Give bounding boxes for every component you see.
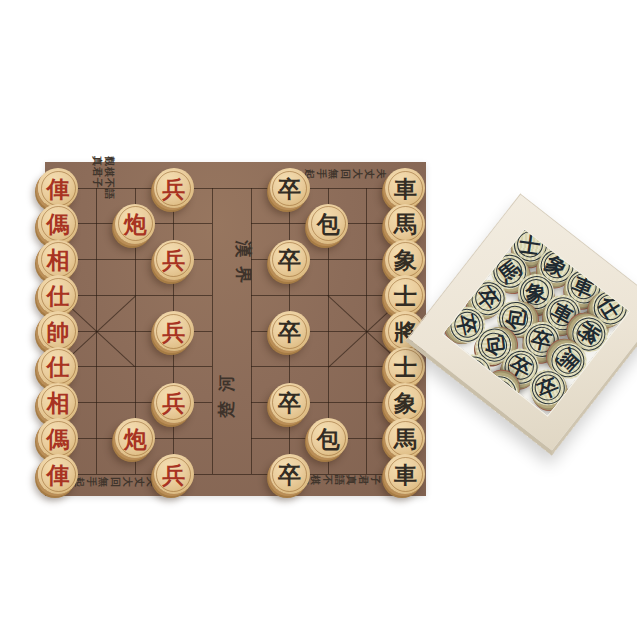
corner-proverb-top-right: 起手無回大丈夫 <box>303 168 387 182</box>
xiangqi-piece-black-象[interactable]: 象 <box>385 240 425 280</box>
box-piece-卒: 卒 <box>455 354 492 391</box>
xiangqi-piece-black-士[interactable]: 士 <box>385 275 425 315</box>
xiangqi-piece-red-兵[interactable]: 兵 <box>154 168 194 208</box>
corner-proverb-bottom-left: 起手無回大丈夫 <box>73 476 157 490</box>
piece-box-window: 士象車仕馬象車將卒包卒馬卒包卒卒卒卒 <box>442 229 630 417</box>
xiangqi-piece-red-俥[interactable]: 俥 <box>38 168 78 208</box>
xiangqi-piece-red-相[interactable]: 相 <box>38 240 78 280</box>
xiangqi-piece-black-包[interactable]: 包 <box>308 418 348 458</box>
xiangqi-piece-red-傌[interactable]: 傌 <box>38 204 78 244</box>
corner-proverb-top-left: 觀棋不語 真君子 <box>91 156 115 200</box>
river-label-han: 漢界 <box>232 240 255 292</box>
xiangqi-piece-red-炮[interactable]: 炮 <box>115 204 155 244</box>
xiangqi-piece-black-車[interactable]: 車 <box>385 454 425 494</box>
xiangqi-piece-black-車[interactable]: 車 <box>385 168 425 208</box>
xiangqi-piece-black-卒[interactable]: 卒 <box>270 311 310 351</box>
xiangqi-piece-red-兵[interactable]: 兵 <box>154 240 194 280</box>
xiangqi-piece-black-卒[interactable]: 卒 <box>270 240 310 280</box>
xiangqi-piece-red-兵[interactable]: 兵 <box>154 454 194 494</box>
xiangqi-piece-red-兵[interactable]: 兵 <box>154 311 194 351</box>
xiangqi-piece-red-帥[interactable]: 帥 <box>38 311 78 351</box>
xiangqi-piece-red-炮[interactable]: 炮 <box>115 418 155 458</box>
product-photo-canvas: 觀棋不語 真君子 起手無回大丈夫 起手無回大丈夫 觀棋不語真君子 漢界 楚河 俥… <box>0 0 637 637</box>
corner-proverb-bottom-right: 觀棋不語真君子 <box>297 474 381 488</box>
xiangqi-piece-black-包[interactable]: 包 <box>308 204 348 244</box>
xiangqi-piece-red-兵[interactable]: 兵 <box>154 383 194 423</box>
xiangqi-piece-black-卒[interactable]: 卒 <box>270 383 310 423</box>
xiangqi-piece-black-馬[interactable]: 馬 <box>385 204 425 244</box>
xiangqi-piece-red-仕[interactable]: 仕 <box>38 275 78 315</box>
box-pieces-layer: 士象車仕馬象車將卒包卒馬卒包卒卒卒卒 <box>525 230 629 311</box>
xiangqi-piece-red-相[interactable]: 相 <box>38 383 78 423</box>
xiangqi-piece-red-俥[interactable]: 俥 <box>38 454 78 494</box>
grid-line <box>58 366 212 367</box>
river-label-chu: 楚河 <box>215 366 238 418</box>
xiangqi-piece-black-馬[interactable]: 馬 <box>385 418 425 458</box>
xiangqi-piece-black-卒[interactable]: 卒 <box>270 454 310 494</box>
corner-proverb-char: 子 <box>368 475 382 487</box>
xiangqi-piece-red-仕[interactable]: 仕 <box>38 347 78 387</box>
piece-box: 士象車仕馬象車將卒包卒馬卒包卒卒卒卒 <box>405 194 637 456</box>
xiangqi-piece-red-傌[interactable]: 傌 <box>38 418 78 458</box>
xiangqi-board: 觀棋不語 真君子 起手無回大丈夫 起手無回大丈夫 觀棋不語真君子 漢界 楚河 俥… <box>45 162 426 496</box>
xiangqi-piece-black-象[interactable]: 象 <box>385 383 425 423</box>
corner-proverb-line2: 真君子 <box>91 156 103 200</box>
xiangqi-piece-black-卒[interactable]: 卒 <box>270 168 310 208</box>
corner-proverb-line1: 觀棋不語 <box>103 156 115 200</box>
